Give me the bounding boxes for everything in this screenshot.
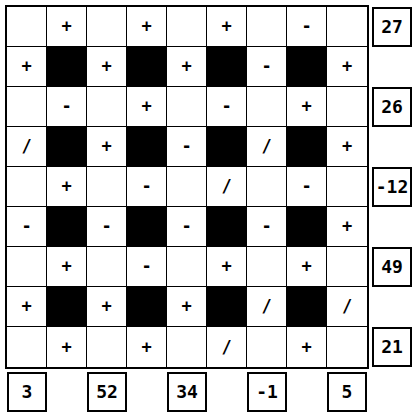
col-result-box-3: 34	[167, 372, 207, 412]
black-cell	[47, 207, 87, 247]
operator-cell: -	[287, 167, 327, 207]
col-result-box-2: 52	[87, 372, 127, 412]
operator-cell: /	[207, 167, 247, 207]
operator-cell: /	[207, 327, 247, 367]
puzzle-grid: +++-+++-+-+-+/+-/++-/-----++-+++++//++/+	[5, 5, 369, 369]
operator-cell: /	[327, 287, 367, 327]
operator-cell: +	[167, 287, 207, 327]
operator-cell: +	[47, 7, 87, 47]
operator-cell: -	[87, 207, 127, 247]
number-cell[interactable]	[7, 87, 47, 127]
number-cell[interactable]	[327, 7, 367, 47]
operator-cell: +	[167, 47, 207, 87]
number-cell[interactable]	[7, 7, 47, 47]
operator-cell: /	[247, 287, 287, 327]
black-cell	[287, 287, 327, 327]
col-result-box-4: -1	[247, 372, 287, 412]
black-cell	[287, 47, 327, 87]
operator-cell: +	[87, 287, 127, 327]
operator-cell: -	[247, 207, 287, 247]
number-cell[interactable]	[87, 247, 127, 287]
number-cell[interactable]	[167, 167, 207, 207]
black-cell	[207, 287, 247, 327]
operator-cell: +	[127, 87, 167, 127]
number-cell[interactable]	[87, 167, 127, 207]
operator-cell: +	[7, 47, 47, 87]
operator-cell: -	[247, 47, 287, 87]
number-cell[interactable]	[247, 167, 287, 207]
number-cell[interactable]	[247, 247, 287, 287]
black-cell	[47, 47, 87, 87]
number-cell[interactable]	[87, 7, 127, 47]
black-cell	[47, 127, 87, 167]
black-cell	[207, 47, 247, 87]
number-cell[interactable]	[7, 247, 47, 287]
black-cell	[127, 287, 167, 327]
operator-cell: +	[87, 47, 127, 87]
black-cell	[207, 127, 247, 167]
number-cell[interactable]	[167, 7, 207, 47]
operator-cell: /	[7, 127, 47, 167]
operator-cell: +	[287, 247, 327, 287]
number-cell[interactable]	[327, 167, 367, 207]
operator-cell: +	[47, 327, 87, 367]
operator-cell: -	[287, 7, 327, 47]
black-cell	[287, 207, 327, 247]
number-cell[interactable]	[247, 327, 287, 367]
operator-cell: -	[7, 207, 47, 247]
operator-cell: -	[167, 207, 207, 247]
operator-cell: +	[327, 207, 367, 247]
col-result-box-1: 3	[7, 372, 47, 412]
black-cell	[127, 127, 167, 167]
row-result-box-5: 21	[372, 327, 412, 367]
number-cell[interactable]	[7, 167, 47, 207]
operator-cell: +	[327, 127, 367, 167]
number-cell[interactable]	[87, 327, 127, 367]
row-result-box-2: 26	[372, 87, 412, 127]
operator-cell: +	[207, 247, 247, 287]
operator-cell: -	[47, 87, 87, 127]
number-cell[interactable]	[247, 87, 287, 127]
number-cell[interactable]	[247, 7, 287, 47]
number-cell[interactable]	[7, 327, 47, 367]
operator-cell: +	[127, 7, 167, 47]
number-cell[interactable]	[327, 87, 367, 127]
operator-cell: /	[247, 127, 287, 167]
number-cell[interactable]	[167, 87, 207, 127]
operator-cell: +	[327, 47, 367, 87]
black-cell	[127, 47, 167, 87]
black-cell	[127, 207, 167, 247]
operator-cell: +	[87, 127, 127, 167]
black-cell	[47, 287, 87, 327]
number-cell[interactable]	[167, 327, 207, 367]
operator-cell: -	[167, 127, 207, 167]
operator-cell: +	[47, 247, 87, 287]
col-result-box-5: 5	[327, 372, 367, 412]
number-cell[interactable]	[87, 87, 127, 127]
row-result-box-3: -12	[372, 167, 412, 207]
row-result-box-1: 27	[372, 7, 412, 47]
row-result-box-4: 49	[372, 247, 412, 287]
black-cell	[287, 127, 327, 167]
operator-cell: +	[287, 87, 327, 127]
operator-cell: +	[207, 7, 247, 47]
number-cell[interactable]	[327, 327, 367, 367]
operator-cell: +	[47, 167, 87, 207]
number-cell[interactable]	[167, 247, 207, 287]
black-cell	[207, 207, 247, 247]
operator-cell: -	[127, 247, 167, 287]
puzzle-canvas: +++-+++-+-+-+/+-/++-/-----++-+++++//++/+…	[0, 0, 420, 420]
operator-cell: +	[287, 327, 327, 367]
number-cell[interactable]	[327, 247, 367, 287]
operator-cell: -	[127, 167, 167, 207]
operator-cell: -	[207, 87, 247, 127]
operator-cell: +	[7, 287, 47, 327]
operator-cell: +	[127, 327, 167, 367]
